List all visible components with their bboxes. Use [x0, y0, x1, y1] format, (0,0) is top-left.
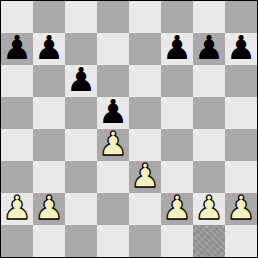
black-pawn: ♟: [2, 33, 32, 64]
square-b4[interactable]: [33, 129, 65, 161]
square-d6[interactable]: [97, 65, 129, 97]
black-pawn: ♟: [194, 33, 224, 64]
square-b8[interactable]: [33, 1, 65, 33]
white-pawn: ♟: [34, 193, 64, 224]
black-pawn: ♟: [226, 33, 256, 64]
square-a4[interactable]: [1, 129, 33, 161]
square-e1[interactable]: [129, 225, 161, 257]
square-e4[interactable]: [129, 129, 161, 161]
square-e2[interactable]: [129, 193, 161, 225]
square-a2[interactable]: ♟: [1, 193, 33, 225]
square-h8[interactable]: [225, 1, 257, 33]
square-a8[interactable]: [1, 1, 33, 33]
square-e6[interactable]: [129, 65, 161, 97]
square-g1[interactable]: [193, 225, 225, 257]
square-b1[interactable]: [33, 225, 65, 257]
square-c6[interactable]: ♟: [65, 65, 97, 97]
square-h6[interactable]: [225, 65, 257, 97]
square-f1[interactable]: [161, 225, 193, 257]
square-g8[interactable]: [193, 1, 225, 33]
white-pawn: ♟: [2, 193, 32, 224]
black-pawn: ♟: [34, 33, 64, 64]
square-f4[interactable]: [161, 129, 193, 161]
square-b7[interactable]: ♟: [33, 33, 65, 65]
chess-board: ♟♟♟♟♟♟♟♟♟♟♟♟♟♟: [0, 0, 258, 258]
white-pawn: ♟: [162, 193, 192, 224]
square-h5[interactable]: [225, 97, 257, 129]
square-a6[interactable]: [1, 65, 33, 97]
white-pawn: ♟: [98, 129, 128, 160]
white-pawn: ♟: [130, 161, 160, 192]
square-f8[interactable]: [161, 1, 193, 33]
square-f6[interactable]: [161, 65, 193, 97]
square-f2[interactable]: ♟: [161, 193, 193, 225]
square-a3[interactable]: [1, 161, 33, 193]
white-pawn: ♟: [194, 193, 224, 224]
square-c4[interactable]: [65, 129, 97, 161]
square-f3[interactable]: [161, 161, 193, 193]
square-h7[interactable]: ♟: [225, 33, 257, 65]
square-d2[interactable]: [97, 193, 129, 225]
square-g4[interactable]: [193, 129, 225, 161]
square-e7[interactable]: [129, 33, 161, 65]
square-d1[interactable]: [97, 225, 129, 257]
square-a5[interactable]: [1, 97, 33, 129]
square-d7[interactable]: [97, 33, 129, 65]
square-d3[interactable]: [97, 161, 129, 193]
square-c3[interactable]: [65, 161, 97, 193]
square-g3[interactable]: [193, 161, 225, 193]
square-g2[interactable]: ♟: [193, 193, 225, 225]
square-e3[interactable]: ♟: [129, 161, 161, 193]
black-pawn: ♟: [162, 33, 192, 64]
white-pawn: ♟: [226, 193, 256, 224]
square-g6[interactable]: [193, 65, 225, 97]
square-h4[interactable]: [225, 129, 257, 161]
square-e8[interactable]: [129, 1, 161, 33]
square-b2[interactable]: ♟: [33, 193, 65, 225]
square-f5[interactable]: [161, 97, 193, 129]
black-pawn: ♟: [66, 65, 96, 96]
square-e5[interactable]: [129, 97, 161, 129]
square-d4[interactable]: ♟: [97, 129, 129, 161]
square-b6[interactable]: [33, 65, 65, 97]
square-h3[interactable]: [225, 161, 257, 193]
square-c8[interactable]: [65, 1, 97, 33]
square-h2[interactable]: ♟: [225, 193, 257, 225]
square-h1[interactable]: [225, 225, 257, 257]
square-c2[interactable]: [65, 193, 97, 225]
square-c7[interactable]: [65, 33, 97, 65]
square-b5[interactable]: [33, 97, 65, 129]
square-a1[interactable]: [1, 225, 33, 257]
square-g7[interactable]: ♟: [193, 33, 225, 65]
square-b3[interactable]: [33, 161, 65, 193]
square-d8[interactable]: [97, 1, 129, 33]
square-a7[interactable]: ♟: [1, 33, 33, 65]
square-c1[interactable]: [65, 225, 97, 257]
black-pawn: ♟: [98, 97, 128, 128]
square-c5[interactable]: [65, 97, 97, 129]
square-d5[interactable]: ♟: [97, 97, 129, 129]
square-g5[interactable]: [193, 97, 225, 129]
square-f7[interactable]: ♟: [161, 33, 193, 65]
